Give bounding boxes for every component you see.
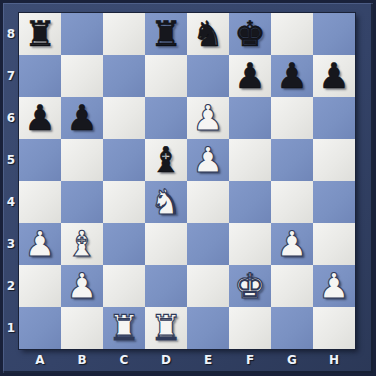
rank-labels: 87654321: [3, 13, 19, 349]
piece-white-pawn[interactable]: ♟: [192, 101, 223, 136]
square-d8[interactable]: ♜: [145, 13, 187, 55]
square-f1[interactable]: [229, 307, 271, 349]
square-g2[interactable]: [271, 265, 313, 307]
square-f6[interactable]: [229, 97, 271, 139]
square-e8[interactable]: ♞: [187, 13, 229, 55]
square-d6[interactable]: [145, 97, 187, 139]
piece-white-knight[interactable]: ♞: [150, 185, 181, 220]
square-c1[interactable]: ♜: [103, 307, 145, 349]
square-f4[interactable]: [229, 181, 271, 223]
square-a8[interactable]: ♜: [19, 13, 61, 55]
square-c4[interactable]: [103, 181, 145, 223]
square-g1[interactable]: [271, 307, 313, 349]
square-g5[interactable]: [271, 139, 313, 181]
square-a2[interactable]: [19, 265, 61, 307]
square-g4[interactable]: [271, 181, 313, 223]
piece-black-king[interactable]: ♚: [234, 17, 265, 52]
chess-board: ♜♜♞♚♟♟♟♟♟♟♝♟♞♟♝♟♟♚♟♜♜: [19, 13, 355, 349]
file-label-c: C: [103, 349, 145, 371]
file-label-a: A: [19, 349, 61, 371]
piece-white-king[interactable]: ♚: [234, 269, 265, 304]
square-b8[interactable]: [61, 13, 103, 55]
piece-black-pawn[interactable]: ♟: [234, 59, 265, 94]
rank-label-4: 4: [3, 181, 19, 223]
square-b6[interactable]: ♟: [61, 97, 103, 139]
file-label-g: G: [271, 349, 313, 371]
rank-label-7: 7: [3, 55, 19, 97]
piece-white-bishop[interactable]: ♝: [66, 227, 97, 262]
square-c7[interactable]: [103, 55, 145, 97]
file-labels: ABCDEFGH: [19, 349, 355, 371]
chess-board-panel: ♜♜♞♚♟♟♟♟♟♟♝♟♞♟♝♟♟♚♟♜♜ 87654321 ABCDEFGH: [0, 0, 376, 376]
piece-black-rook[interactable]: ♜: [24, 17, 55, 52]
square-f3[interactable]: [229, 223, 271, 265]
square-e5[interactable]: ♟: [187, 139, 229, 181]
piece-white-pawn[interactable]: ♟: [24, 227, 55, 262]
square-h5[interactable]: [313, 139, 355, 181]
square-b3[interactable]: ♝: [61, 223, 103, 265]
rank-label-2: 2: [3, 265, 19, 307]
rank-label-3: 3: [3, 223, 19, 265]
piece-black-pawn[interactable]: ♟: [24, 101, 55, 136]
rank-label-8: 8: [3, 13, 19, 55]
square-h7[interactable]: ♟: [313, 55, 355, 97]
square-d1[interactable]: ♜: [145, 307, 187, 349]
square-d2[interactable]: [145, 265, 187, 307]
piece-white-pawn[interactable]: ♟: [192, 143, 223, 178]
square-h6[interactable]: [313, 97, 355, 139]
square-a1[interactable]: [19, 307, 61, 349]
square-g3[interactable]: ♟: [271, 223, 313, 265]
rank-label-1: 1: [3, 307, 19, 349]
square-e2[interactable]: [187, 265, 229, 307]
square-f2[interactable]: ♚: [229, 265, 271, 307]
square-e4[interactable]: [187, 181, 229, 223]
square-c2[interactable]: [103, 265, 145, 307]
piece-black-pawn[interactable]: ♟: [318, 59, 349, 94]
file-label-h: H: [313, 349, 355, 371]
piece-black-pawn[interactable]: ♟: [66, 101, 97, 136]
piece-black-rook[interactable]: ♜: [150, 17, 181, 52]
square-d5[interactable]: ♝: [145, 139, 187, 181]
square-b5[interactable]: [61, 139, 103, 181]
square-b1[interactable]: [61, 307, 103, 349]
square-h1[interactable]: [313, 307, 355, 349]
square-c3[interactable]: [103, 223, 145, 265]
file-label-f: F: [229, 349, 271, 371]
file-label-e: E: [187, 349, 229, 371]
piece-white-rook[interactable]: ♜: [150, 311, 181, 346]
square-c6[interactable]: [103, 97, 145, 139]
piece-black-knight[interactable]: ♞: [192, 17, 223, 52]
square-a4[interactable]: [19, 181, 61, 223]
square-e7[interactable]: [187, 55, 229, 97]
file-label-b: B: [61, 349, 103, 371]
piece-black-bishop[interactable]: ♝: [150, 143, 181, 178]
piece-white-pawn[interactable]: ♟: [318, 269, 349, 304]
piece-white-pawn[interactable]: ♟: [66, 269, 97, 304]
piece-black-pawn[interactable]: ♟: [276, 59, 307, 94]
square-g7[interactable]: ♟: [271, 55, 313, 97]
square-h2[interactable]: ♟: [313, 265, 355, 307]
square-g8[interactable]: [271, 13, 313, 55]
square-f5[interactable]: [229, 139, 271, 181]
square-h8[interactable]: [313, 13, 355, 55]
square-d3[interactable]: [145, 223, 187, 265]
square-d4[interactable]: ♞: [145, 181, 187, 223]
square-a3[interactable]: ♟: [19, 223, 61, 265]
piece-white-pawn[interactable]: ♟: [276, 227, 307, 262]
square-g6[interactable]: [271, 97, 313, 139]
square-h4[interactable]: [313, 181, 355, 223]
square-c5[interactable]: [103, 139, 145, 181]
square-a5[interactable]: [19, 139, 61, 181]
square-d7[interactable]: [145, 55, 187, 97]
square-b7[interactable]: [61, 55, 103, 97]
piece-white-rook[interactable]: ♜: [108, 311, 139, 346]
square-b2[interactable]: ♟: [61, 265, 103, 307]
square-f8[interactable]: ♚: [229, 13, 271, 55]
square-h3[interactable]: [313, 223, 355, 265]
square-e1[interactable]: [187, 307, 229, 349]
square-f7[interactable]: ♟: [229, 55, 271, 97]
square-a7[interactable]: [19, 55, 61, 97]
square-c8[interactable]: [103, 13, 145, 55]
rank-label-6: 6: [3, 97, 19, 139]
square-e6[interactable]: ♟: [187, 97, 229, 139]
square-a6[interactable]: ♟: [19, 97, 61, 139]
file-label-d: D: [145, 349, 187, 371]
square-e3[interactable]: [187, 223, 229, 265]
square-b4[interactable]: [61, 181, 103, 223]
rank-label-5: 5: [3, 139, 19, 181]
